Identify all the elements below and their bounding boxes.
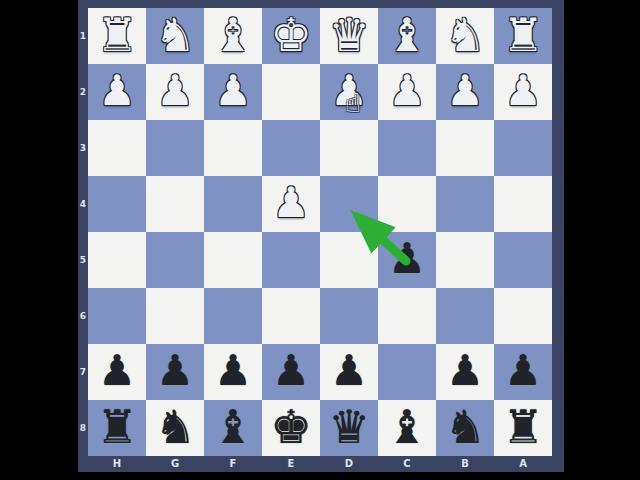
white-queen-d1[interactable]: ♛ [320,8,378,64]
square-e4[interactable]: ♟ [262,176,320,232]
square-f5[interactable] [204,232,262,288]
file-label-F: F [204,458,262,470]
square-g6[interactable] [146,288,204,344]
square-f2[interactable]: ♟ [204,64,262,120]
square-h4[interactable] [88,176,146,232]
square-a4[interactable] [494,176,552,232]
square-e1[interactable]: ♚ [262,8,320,64]
file-label-H: H [88,458,146,470]
square-e6[interactable] [262,288,320,344]
black-rook-h8[interactable]: ♜ [88,400,146,456]
square-g1[interactable]: ♞ [146,8,204,64]
white-pawn-f2[interactable]: ♟ [204,64,262,120]
black-queen-d8[interactable]: ♛ [320,400,378,456]
black-bishop-f8[interactable]: ♝ [204,400,262,456]
square-g3[interactable] [146,120,204,176]
file-label-A: A [494,458,552,470]
square-e5[interactable] [262,232,320,288]
black-knight-g8[interactable]: ♞ [146,400,204,456]
file-label-G: G [146,458,204,470]
square-a8[interactable]: ♜ [494,400,552,456]
square-a6[interactable] [494,288,552,344]
rank-label-4: 4 [78,199,88,209]
rank-label-7: 7 [78,367,88,377]
square-d2[interactable]: ♟ [320,64,378,120]
video-frame: ♜♞♝♚♛♝♞♜♟♟♟♟♟♟♟♟♟♟♟♟♟♟♟♟♜♞♝♚♛♝♞♜ ☝ 12345… [0,0,640,480]
square-f8[interactable]: ♝ [204,400,262,456]
square-d3[interactable] [320,120,378,176]
black-pawn-c5[interactable]: ♟ [378,232,436,288]
square-g2[interactable]: ♟ [146,64,204,120]
square-a1[interactable]: ♜ [494,8,552,64]
white-pawn-g2[interactable]: ♟ [146,64,204,120]
square-c1[interactable]: ♝ [378,8,436,64]
black-pawn-d7[interactable]: ♟ [320,344,378,400]
square-e3[interactable] [262,120,320,176]
black-pawn-a7[interactable]: ♟ [494,344,552,400]
square-e2[interactable] [262,64,320,120]
square-c3[interactable] [378,120,436,176]
square-f6[interactable] [204,288,262,344]
square-b3[interactable] [436,120,494,176]
square-b6[interactable] [436,288,494,344]
black-pawn-e7[interactable]: ♟ [262,344,320,400]
chess-board[interactable]: ♜♞♝♚♛♝♞♜♟♟♟♟♟♟♟♟♟♟♟♟♟♟♟♟♜♞♝♚♛♝♞♜ ☝ [88,8,552,456]
square-b2[interactable]: ♟ [436,64,494,120]
file-label-B: B [436,458,494,470]
square-c8[interactable]: ♝ [378,400,436,456]
square-d6[interactable] [320,288,378,344]
square-g5[interactable] [146,232,204,288]
white-pawn-a2[interactable]: ♟ [494,64,552,120]
square-b8[interactable]: ♞ [436,400,494,456]
black-pawn-g7[interactable]: ♟ [146,344,204,400]
rank-label-6: 6 [78,311,88,321]
square-h8[interactable]: ♜ [88,400,146,456]
white-knight-g1[interactable]: ♞ [146,8,204,64]
square-e7[interactable]: ♟ [262,344,320,400]
square-a5[interactable] [494,232,552,288]
square-d4[interactable] [320,176,378,232]
white-rook-a1[interactable]: ♜ [494,8,552,64]
white-knight-b1[interactable]: ♞ [436,8,494,64]
square-b5[interactable] [436,232,494,288]
black-bishop-c8[interactable]: ♝ [378,400,436,456]
black-knight-b8[interactable]: ♞ [436,400,494,456]
square-c6[interactable] [378,288,436,344]
square-h7[interactable]: ♟ [88,344,146,400]
black-pawn-h7[interactable]: ♟ [88,344,146,400]
black-pawn-b7[interactable]: ♟ [436,344,494,400]
square-a2[interactable]: ♟ [494,64,552,120]
white-pawn-h2[interactable]: ♟ [88,64,146,120]
rank-label-8: 8 [78,423,88,433]
square-d7[interactable]: ♟ [320,344,378,400]
board-frame: ♜♞♝♚♛♝♞♜♟♟♟♟♟♟♟♟♟♟♟♟♟♟♟♟♜♞♝♚♛♝♞♜ ☝ 12345… [78,0,564,472]
rank-label-3: 3 [78,143,88,153]
square-f3[interactable] [204,120,262,176]
white-pawn-d2[interactable]: ♟ [320,64,378,120]
square-b4[interactable] [436,176,494,232]
black-pawn-f7[interactable]: ♟ [204,344,262,400]
square-f1[interactable]: ♝ [204,8,262,64]
square-a3[interactable] [494,120,552,176]
white-bishop-c1[interactable]: ♝ [378,8,436,64]
square-g4[interactable] [146,176,204,232]
square-b1[interactable]: ♞ [436,8,494,64]
rank-label-5: 5 [78,255,88,265]
square-d5[interactable] [320,232,378,288]
square-d1[interactable]: ♛ [320,8,378,64]
black-king-e8[interactable]: ♚ [262,400,320,456]
square-g7[interactable]: ♟ [146,344,204,400]
square-h2[interactable]: ♟ [88,64,146,120]
square-g8[interactable]: ♞ [146,400,204,456]
square-f4[interactable] [204,176,262,232]
square-h1[interactable]: ♜ [88,8,146,64]
white-rook-h1[interactable]: ♜ [88,8,146,64]
square-c7[interactable] [378,344,436,400]
square-h6[interactable] [88,288,146,344]
rank-label-2: 2 [78,87,88,97]
square-h3[interactable] [88,120,146,176]
file-label-E: E [262,458,320,470]
square-c5[interactable]: ♟ [378,232,436,288]
square-h5[interactable] [88,232,146,288]
square-d8[interactable]: ♛ [320,400,378,456]
white-pawn-b2[interactable]: ♟ [436,64,494,120]
square-a7[interactable]: ♟ [494,344,552,400]
square-b7[interactable]: ♟ [436,344,494,400]
square-e8[interactable]: ♚ [262,400,320,456]
white-king-e1[interactable]: ♚ [262,8,320,64]
square-c2[interactable]: ♟ [378,64,436,120]
square-f7[interactable]: ♟ [204,344,262,400]
square-c4[interactable] [378,176,436,232]
rank-label-1: 1 [78,31,88,41]
white-bishop-f1[interactable]: ♝ [204,8,262,64]
white-pawn-e4[interactable]: ♟ [262,176,320,232]
file-label-C: C [378,458,436,470]
file-label-D: D [320,458,378,470]
white-pawn-c2[interactable]: ♟ [378,64,436,120]
black-rook-a8[interactable]: ♜ [494,400,552,456]
